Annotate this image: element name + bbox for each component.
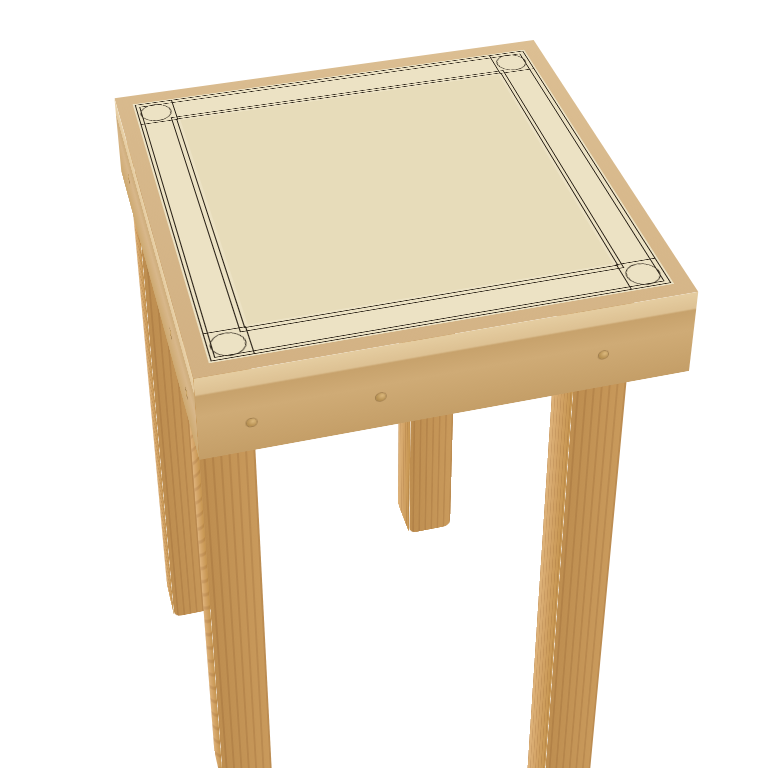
brass-screw xyxy=(247,418,257,427)
chess-table xyxy=(114,40,698,379)
product-photo-scene xyxy=(0,0,768,768)
compass-ring xyxy=(621,261,667,287)
brass-screw xyxy=(599,350,609,359)
perspective-scene xyxy=(0,0,768,768)
brass-screw xyxy=(128,172,130,184)
compass-ring xyxy=(493,53,531,72)
corner-compass-h1 xyxy=(202,326,255,361)
compass-ring xyxy=(207,329,250,358)
brass-screw xyxy=(169,327,171,340)
brass-screw xyxy=(185,386,187,400)
brass-screw xyxy=(376,392,386,401)
compass-ring xyxy=(139,102,175,123)
corner-compass-h8 xyxy=(616,258,672,290)
